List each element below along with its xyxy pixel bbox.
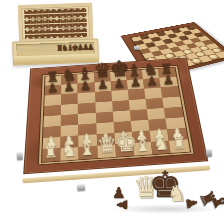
- piece-dark-pawn[interactable]: ♟: [160, 73, 177, 87]
- piece-light-king[interactable]: ♚: [114, 130, 134, 156]
- square-e1[interactable]: ♚: [115, 143, 134, 156]
- square-f6[interactable]: [128, 89, 146, 100]
- square-e5[interactable]: [112, 100, 130, 112]
- square-d6[interactable]: [95, 91, 112, 102]
- square-f4[interactable]: [130, 109, 149, 121]
- square-b6[interactable]: [61, 93, 78, 104]
- square-g1[interactable]: ♞: [151, 141, 171, 154]
- metal-latch-icon[interactable]: [77, 184, 85, 191]
- square-c5[interactable]: [78, 102, 95, 114]
- square-d4[interactable]: [95, 111, 113, 123]
- metal-hinge-icon: [206, 149, 212, 156]
- piece-light-bishop[interactable]: ♝: [133, 134, 153, 155]
- square-g4[interactable]: [147, 108, 166, 120]
- square-f5[interactable]: [129, 99, 147, 111]
- chess-grid: ♜♞♝♛♚♝♞♜♟♟♟♟♟♟♟♟♟♟♟♟♟♟♟♟♜♞♝♛♚♝♞♜: [42, 68, 189, 162]
- square-a6[interactable]: [44, 95, 61, 106]
- piece-dark-pawn[interactable]: ♟: [110, 77, 127, 91]
- square-b1[interactable]: ♞: [61, 147, 79, 160]
- piece-dark-pawn[interactable]: ♟: [94, 78, 111, 92]
- square-h4[interactable]: [164, 107, 183, 119]
- square-e6[interactable]: [111, 90, 129, 101]
- square-h5[interactable]: [162, 96, 181, 107]
- piece-dark-pawn[interactable]: ♟: [77, 79, 94, 93]
- piece-dark-pawn[interactable]: ♟: [127, 76, 144, 90]
- product-photo: ♙♘♗♖♙♙♙ ♜♞♝♚♟♟♟ ♜♞♝♛♚♝♞♜♟♟♟♟♟♟♟♟♟♟♟♟♟♟♟♟…: [0, 0, 224, 224]
- square-g6[interactable]: [144, 88, 162, 99]
- piece-dark-pawn[interactable]: ♟: [143, 74, 160, 88]
- square-h6[interactable]: [161, 86, 179, 97]
- board-frame-burl: ♜♞♝♛♚♝♞♜♟♟♟♟♟♟♟♟♟♟♟♟♟♟♟♟♜♞♝♛♚♝♞♜: [23, 58, 208, 175]
- square-c6[interactable]: [78, 92, 95, 103]
- piece-dark-pawn[interactable]: ♟: [44, 81, 61, 95]
- square-a1[interactable]: ♜: [42, 148, 61, 161]
- metal-hinge-icon: [16, 152, 22, 159]
- piece-light-bishop[interactable]: ♝: [78, 138, 98, 159]
- square-g5[interactable]: [146, 98, 164, 109]
- loose-dark-pawn[interactable]: ♟: [115, 199, 129, 212]
- square-c4[interactable]: [78, 113, 96, 125]
- square-e4[interactable]: [113, 110, 131, 122]
- piece-light-knight[interactable]: ♞: [59, 140, 79, 159]
- square-b5[interactable]: [61, 103, 78, 115]
- piece-dark-pawn[interactable]: ♟: [60, 80, 77, 94]
- square-h1[interactable]: ♜: [169, 140, 189, 153]
- piece-light-queen[interactable]: ♛: [96, 133, 116, 157]
- piece-light-knight[interactable]: ♞: [151, 134, 171, 153]
- piece-light-rook[interactable]: ♜: [41, 144, 61, 161]
- piece-light-rook[interactable]: ♜: [170, 135, 190, 152]
- square-f1[interactable]: ♝: [133, 142, 153, 155]
- square-d5[interactable]: [95, 101, 113, 113]
- square-d1[interactable]: ♛: [97, 145, 116, 158]
- square-c1[interactable]: ♝: [79, 146, 98, 159]
